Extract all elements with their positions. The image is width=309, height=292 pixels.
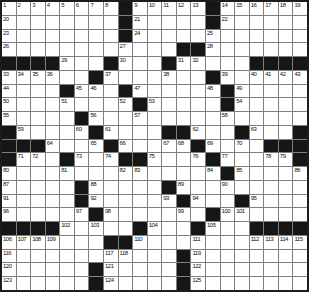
cell[interactable] (264, 112, 278, 125)
cell[interactable]: 82 (119, 167, 133, 180)
cell[interactable] (31, 167, 45, 180)
cell[interactable] (60, 236, 74, 249)
cell[interactable]: 20 (2, 16, 16, 29)
cell[interactable] (221, 222, 235, 235)
cell[interactable]: 80 (2, 167, 16, 180)
cell[interactable]: 72 (31, 153, 45, 166)
cell[interactable] (148, 16, 162, 29)
cell[interactable] (75, 222, 89, 235)
cell[interactable]: 88 (89, 181, 103, 194)
cell[interactable] (279, 263, 293, 276)
cell[interactable] (119, 195, 133, 208)
cell[interactable]: 91 (2, 195, 16, 208)
cell[interactable] (17, 30, 31, 43)
cell[interactable] (279, 250, 293, 263)
cell[interactable] (148, 30, 162, 43)
cell[interactable]: 40 (250, 71, 264, 84)
cell[interactable] (235, 30, 249, 43)
cell[interactable] (133, 57, 147, 70)
cell[interactable]: 123 (2, 277, 16, 290)
cell[interactable] (119, 71, 133, 84)
cell[interactable]: 68 (177, 140, 191, 153)
cell[interactable] (75, 30, 89, 43)
cell[interactable] (148, 236, 162, 249)
cell[interactable] (221, 236, 235, 249)
cell[interactable]: 48 (206, 85, 220, 98)
cell[interactable]: 64 (46, 140, 60, 153)
cell[interactable] (235, 43, 249, 56)
cell[interactable] (60, 126, 74, 139)
cell[interactable] (104, 30, 118, 43)
cell[interactable] (133, 195, 147, 208)
cell[interactable] (31, 195, 45, 208)
cell[interactable] (293, 98, 307, 111)
cell[interactable]: 69 (206, 140, 220, 153)
cell[interactable]: 103 (89, 222, 103, 235)
cell[interactable] (235, 57, 249, 70)
cell[interactable] (206, 263, 220, 276)
cell[interactable] (119, 263, 133, 276)
cell[interactable]: 97 (75, 208, 89, 221)
cell[interactable]: 34 (17, 71, 31, 84)
cell[interactable] (235, 112, 249, 125)
cell[interactable] (191, 16, 205, 29)
cell[interactable] (221, 277, 235, 290)
cell[interactable]: 66 (119, 140, 133, 153)
cell[interactable] (60, 16, 74, 29)
cell[interactable] (89, 98, 103, 111)
cell[interactable] (31, 126, 45, 139)
cell[interactable] (264, 195, 278, 208)
cell[interactable] (46, 277, 60, 290)
cell[interactable]: 23 (2, 30, 16, 43)
cell[interactable] (235, 71, 249, 84)
cell[interactable] (46, 263, 60, 276)
cell[interactable]: 119 (191, 250, 205, 263)
cell[interactable] (133, 277, 147, 290)
cell[interactable]: 58 (221, 112, 235, 125)
cell[interactable] (60, 263, 74, 276)
cell[interactable] (46, 43, 60, 56)
cell[interactable] (148, 140, 162, 153)
cell[interactable]: 62 (191, 126, 205, 139)
cell[interactable]: 27 (119, 43, 133, 56)
cell[interactable] (206, 98, 220, 111)
cell[interactable] (279, 30, 293, 43)
cell[interactable] (89, 250, 103, 263)
cell[interactable] (104, 167, 118, 180)
cell[interactable] (75, 57, 89, 70)
cell[interactable]: 5 (60, 2, 74, 15)
cell[interactable]: 31 (177, 57, 191, 70)
cell[interactable] (235, 16, 249, 29)
cell[interactable] (206, 250, 220, 263)
cell[interactable] (206, 277, 220, 290)
cell[interactable]: 99 (177, 208, 191, 221)
cell[interactable] (221, 263, 235, 276)
cell[interactable] (119, 181, 133, 194)
cell[interactable] (60, 277, 74, 290)
cell[interactable]: 2 (17, 2, 31, 15)
cell[interactable]: 104 (148, 222, 162, 235)
cell[interactable] (221, 140, 235, 153)
cell[interactable]: 19 (293, 2, 307, 15)
cell[interactable] (264, 43, 278, 56)
cell[interactable]: 8 (104, 2, 118, 15)
cell[interactable]: 86 (293, 167, 307, 180)
cell[interactable]: 125 (191, 277, 205, 290)
cell[interactable] (104, 112, 118, 125)
cell[interactable]: 18 (279, 2, 293, 15)
cell[interactable]: 14 (221, 2, 235, 15)
cell[interactable]: 54 (235, 98, 249, 111)
cell[interactable] (191, 98, 205, 111)
cell[interactable] (264, 208, 278, 221)
cell[interactable]: 10 (148, 2, 162, 15)
cell[interactable] (162, 153, 176, 166)
cell[interactable] (17, 112, 31, 125)
cell[interactable] (162, 236, 176, 249)
cell[interactable]: 61 (104, 126, 118, 139)
cell[interactable] (264, 85, 278, 98)
cell[interactable] (250, 208, 264, 221)
cell[interactable]: 117 (104, 250, 118, 263)
cell[interactable] (177, 30, 191, 43)
cell[interactable]: 89 (177, 181, 191, 194)
cell[interactable] (250, 112, 264, 125)
cell[interactable] (31, 277, 45, 290)
cell[interactable] (75, 43, 89, 56)
cell[interactable] (17, 195, 31, 208)
cell[interactable] (104, 85, 118, 98)
cell[interactable] (235, 222, 249, 235)
cell[interactable] (60, 30, 74, 43)
cell[interactable]: 63 (250, 126, 264, 139)
cell[interactable]: 60 (75, 126, 89, 139)
cell[interactable] (46, 85, 60, 98)
cell[interactable] (133, 181, 147, 194)
cell[interactable]: 67 (162, 140, 176, 153)
cell[interactable]: 113 (264, 236, 278, 249)
cell[interactable] (221, 30, 235, 43)
cell[interactable] (264, 263, 278, 276)
cell[interactable] (60, 250, 74, 263)
cell[interactable]: 7 (89, 2, 103, 15)
cell[interactable] (148, 43, 162, 56)
cell[interactable]: 81 (60, 167, 74, 180)
cell[interactable] (60, 43, 74, 56)
cell[interactable] (206, 57, 220, 70)
cell[interactable] (206, 236, 220, 249)
cell[interactable] (191, 112, 205, 125)
cell[interactable] (89, 167, 103, 180)
cell[interactable]: 118 (119, 250, 133, 263)
cell[interactable] (293, 16, 307, 29)
cell[interactable] (89, 236, 103, 249)
cell[interactable]: 25 (206, 30, 220, 43)
cell[interactable] (31, 263, 45, 276)
cell[interactable]: 32 (191, 57, 205, 70)
cell[interactable]: 78 (264, 153, 278, 166)
cell[interactable]: 53 (148, 98, 162, 111)
cell[interactable] (264, 250, 278, 263)
cell[interactable] (75, 98, 89, 111)
cell[interactable] (148, 71, 162, 84)
cell[interactable] (279, 195, 293, 208)
cell[interactable] (46, 181, 60, 194)
cell[interactable] (31, 16, 45, 29)
cell[interactable]: 56 (89, 112, 103, 125)
cell[interactable]: 43 (293, 71, 307, 84)
cell[interactable] (75, 140, 89, 153)
cell[interactable] (293, 30, 307, 43)
cell[interactable]: 9 (133, 2, 147, 15)
cell[interactable]: 29 (60, 57, 74, 70)
cell[interactable] (46, 126, 60, 139)
cell[interactable] (104, 181, 118, 194)
cell[interactable] (293, 195, 307, 208)
cell[interactable] (75, 277, 89, 290)
cell[interactable] (31, 30, 45, 43)
cell[interactable] (279, 167, 293, 180)
cell[interactable] (89, 43, 103, 56)
cell[interactable] (250, 167, 264, 180)
cell[interactable] (46, 195, 60, 208)
cell[interactable]: 98 (104, 208, 118, 221)
cell[interactable]: 109 (46, 236, 60, 249)
cell[interactable]: 111 (191, 236, 205, 249)
cell[interactable] (279, 126, 293, 139)
cell[interactable]: 12 (177, 2, 191, 15)
cell[interactable] (250, 153, 264, 166)
cell[interactable]: 114 (279, 236, 293, 249)
cell[interactable] (148, 277, 162, 290)
cell[interactable] (148, 195, 162, 208)
cell[interactable] (264, 167, 278, 180)
cell[interactable] (191, 208, 205, 221)
cell[interactable]: 26 (2, 43, 16, 56)
cell[interactable] (75, 236, 89, 249)
cell[interactable]: 37 (104, 71, 118, 84)
cell[interactable] (177, 222, 191, 235)
cell[interactable]: 15 (235, 2, 249, 15)
cell[interactable] (148, 112, 162, 125)
cell[interactable] (293, 250, 307, 263)
cell[interactable]: 39 (221, 71, 235, 84)
cell[interactable] (104, 195, 118, 208)
cell[interactable] (31, 85, 45, 98)
cell[interactable] (191, 71, 205, 84)
cell[interactable]: 95 (250, 195, 264, 208)
cell[interactable]: 70 (235, 140, 249, 153)
cell[interactable] (119, 126, 133, 139)
cell[interactable]: 90 (221, 181, 235, 194)
cell[interactable] (60, 208, 74, 221)
cell[interactable] (104, 16, 118, 29)
cell[interactable]: 57 (133, 112, 147, 125)
cell[interactable] (162, 43, 176, 56)
cell[interactable] (17, 277, 31, 290)
cell[interactable] (104, 98, 118, 111)
cell[interactable]: 85 (235, 167, 249, 180)
cell[interactable]: 106 (2, 236, 16, 249)
cell[interactable]: 38 (162, 71, 176, 84)
cell[interactable] (75, 16, 89, 29)
cell[interactable] (235, 181, 249, 194)
cell[interactable] (133, 126, 147, 139)
cell[interactable] (162, 277, 176, 290)
cell[interactable] (31, 98, 45, 111)
cell[interactable] (162, 112, 176, 125)
cell[interactable] (148, 85, 162, 98)
cell[interactable]: 28 (206, 43, 220, 56)
cell[interactable] (206, 181, 220, 194)
cell[interactable] (31, 250, 45, 263)
cell[interactable] (250, 16, 264, 29)
cell[interactable] (89, 153, 103, 166)
cell[interactable] (133, 140, 147, 153)
cell[interactable] (250, 30, 264, 43)
cell[interactable]: 13 (191, 2, 205, 15)
cell[interactable] (31, 181, 45, 194)
cell[interactable] (250, 250, 264, 263)
cell[interactable] (250, 43, 264, 56)
cell[interactable] (177, 112, 191, 125)
cell[interactable] (46, 98, 60, 111)
cell[interactable] (293, 263, 307, 276)
cell[interactable] (279, 112, 293, 125)
cell[interactable] (162, 222, 176, 235)
cell[interactable] (177, 71, 191, 84)
cell[interactable] (191, 167, 205, 180)
cell[interactable] (279, 85, 293, 98)
cell[interactable] (162, 98, 176, 111)
cell[interactable]: 101 (235, 208, 249, 221)
cell[interactable]: 33 (2, 71, 16, 84)
cell[interactable] (279, 16, 293, 29)
cell[interactable] (250, 98, 264, 111)
cell[interactable] (264, 181, 278, 194)
cell[interactable] (279, 43, 293, 56)
cell[interactable] (293, 112, 307, 125)
cell[interactable] (206, 112, 220, 125)
cell[interactable] (75, 167, 89, 180)
cell[interactable]: 51 (60, 98, 74, 111)
cell[interactable] (148, 57, 162, 70)
cell[interactable]: 16 (250, 2, 264, 15)
cell[interactable] (177, 167, 191, 180)
cell[interactable] (148, 181, 162, 194)
cell[interactable]: 107 (17, 236, 31, 249)
cell[interactable] (17, 167, 31, 180)
cell[interactable] (133, 263, 147, 276)
cell[interactable]: 41 (264, 71, 278, 84)
cell[interactable] (177, 98, 191, 111)
cell[interactable] (119, 277, 133, 290)
cell[interactable] (162, 263, 176, 276)
cell[interactable]: 1 (2, 2, 16, 15)
cell[interactable]: 44 (2, 85, 16, 98)
cell[interactable] (60, 181, 74, 194)
cell[interactable]: 24 (133, 30, 147, 43)
cell[interactable]: 84 (206, 167, 220, 180)
cell[interactable] (75, 250, 89, 263)
cell[interactable]: 105 (206, 222, 220, 235)
cell[interactable]: 100 (221, 208, 235, 221)
cell[interactable] (279, 277, 293, 290)
cell[interactable] (293, 277, 307, 290)
cell[interactable] (162, 85, 176, 98)
cell[interactable] (75, 263, 89, 276)
cell[interactable] (46, 167, 60, 180)
cell[interactable]: 11 (162, 2, 176, 15)
cell[interactable] (221, 195, 235, 208)
cell[interactable]: 17 (264, 2, 278, 15)
cell[interactable]: 22 (221, 16, 235, 29)
cell[interactable] (162, 250, 176, 263)
cell[interactable] (17, 208, 31, 221)
cell[interactable] (206, 126, 220, 139)
cell[interactable] (162, 30, 176, 43)
cell[interactable]: 4 (46, 2, 60, 15)
cell[interactable] (17, 263, 31, 276)
cell[interactable]: 94 (191, 195, 205, 208)
cell[interactable] (46, 16, 60, 29)
cell[interactable] (264, 30, 278, 43)
cell[interactable] (89, 16, 103, 29)
cell[interactable] (250, 181, 264, 194)
cell[interactable]: 116 (2, 250, 16, 263)
cell[interactable] (17, 250, 31, 263)
cell[interactable]: 6 (75, 2, 89, 15)
cell[interactable] (177, 16, 191, 29)
cell[interactable] (250, 85, 264, 98)
cell[interactable] (133, 250, 147, 263)
cell[interactable] (89, 30, 103, 43)
cell[interactable]: 3 (31, 2, 45, 15)
cell[interactable]: 76 (191, 153, 205, 166)
cell[interactable] (162, 167, 176, 180)
cell[interactable]: 59 (17, 126, 31, 139)
cell[interactable]: 30 (119, 57, 133, 70)
cell[interactable] (250, 140, 264, 153)
cell[interactable] (104, 43, 118, 56)
cell[interactable] (89, 57, 103, 70)
cell[interactable] (235, 153, 249, 166)
cell[interactable] (279, 181, 293, 194)
cell[interactable] (46, 250, 60, 263)
cell[interactable] (235, 236, 249, 249)
cell[interactable] (148, 167, 162, 180)
cell[interactable] (60, 195, 74, 208)
cell[interactable] (133, 71, 147, 84)
cell[interactable] (293, 85, 307, 98)
cell[interactable]: 49 (235, 85, 249, 98)
cell[interactable] (104, 222, 118, 235)
cell[interactable] (191, 30, 205, 43)
cell[interactable]: 45 (75, 85, 89, 98)
cell[interactable] (162, 208, 176, 221)
cell[interactable] (279, 98, 293, 111)
cell[interactable] (119, 112, 133, 125)
cell[interactable] (293, 208, 307, 221)
cell[interactable] (162, 16, 176, 29)
cell[interactable]: 121 (104, 263, 118, 276)
cell[interactable] (119, 222, 133, 235)
cell[interactable] (250, 263, 264, 276)
cell[interactable] (17, 43, 31, 56)
cell[interactable]: 46 (89, 85, 103, 98)
